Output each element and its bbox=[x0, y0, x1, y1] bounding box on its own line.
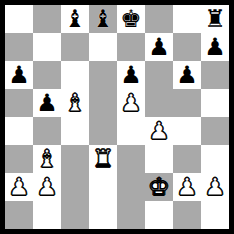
square-b4 bbox=[33, 117, 61, 145]
square-a2: ♟ bbox=[5, 173, 33, 201]
square-h1 bbox=[201, 201, 229, 229]
black-pawn: ♟ bbox=[176, 61, 198, 89]
square-b1 bbox=[33, 201, 61, 229]
chess-board: ♝♝♚♜♟♟♟♟♟♟♝♟♟♝♜♟♟♚♟♟ bbox=[5, 5, 229, 229]
square-d7 bbox=[89, 33, 117, 61]
square-c7 bbox=[61, 33, 89, 61]
square-e6: ♟ bbox=[117, 61, 145, 89]
black-bishop: ♝ bbox=[64, 5, 86, 33]
square-g6: ♟ bbox=[173, 61, 201, 89]
black-pawn: ♟ bbox=[204, 33, 226, 61]
square-d8: ♝ bbox=[89, 5, 117, 33]
square-c6 bbox=[61, 61, 89, 89]
square-a8 bbox=[5, 5, 33, 33]
square-f4: ♟ bbox=[145, 117, 173, 145]
diagram-frame: ♝♝♚♜♟♟♟♟♟♟♝♟♟♝♜♟♟♚♟♟ bbox=[0, 0, 234, 234]
white-pawn: ♟ bbox=[36, 173, 58, 201]
square-c3 bbox=[61, 145, 89, 173]
square-f7: ♟ bbox=[145, 33, 173, 61]
square-e7 bbox=[117, 33, 145, 61]
square-c1 bbox=[61, 201, 89, 229]
square-a5 bbox=[5, 89, 33, 117]
square-g5 bbox=[173, 89, 201, 117]
square-g4 bbox=[173, 117, 201, 145]
square-g1 bbox=[173, 201, 201, 229]
black-pawn: ♟ bbox=[120, 61, 142, 89]
square-e8: ♚ bbox=[117, 5, 145, 33]
square-d4 bbox=[89, 117, 117, 145]
square-d3: ♜ bbox=[89, 145, 117, 173]
square-h5 bbox=[201, 89, 229, 117]
square-h2: ♟ bbox=[201, 173, 229, 201]
square-h7: ♟ bbox=[201, 33, 229, 61]
square-g2: ♟ bbox=[173, 173, 201, 201]
square-f6 bbox=[145, 61, 173, 89]
square-f2: ♚ bbox=[145, 173, 173, 201]
white-pawn: ♟ bbox=[148, 117, 170, 145]
square-b7 bbox=[33, 33, 61, 61]
square-d2 bbox=[89, 173, 117, 201]
square-c2 bbox=[61, 173, 89, 201]
black-pawn: ♟ bbox=[148, 33, 170, 61]
square-h4 bbox=[201, 117, 229, 145]
square-d6 bbox=[89, 61, 117, 89]
white-pawn: ♟ bbox=[176, 173, 198, 201]
square-e1 bbox=[117, 201, 145, 229]
square-e2 bbox=[117, 173, 145, 201]
square-a3 bbox=[5, 145, 33, 173]
square-a4 bbox=[5, 117, 33, 145]
square-b2: ♟ bbox=[33, 173, 61, 201]
square-b5: ♟ bbox=[33, 89, 61, 117]
square-h8: ♜ bbox=[201, 5, 229, 33]
square-e3 bbox=[117, 145, 145, 173]
square-d5 bbox=[89, 89, 117, 117]
square-f5 bbox=[145, 89, 173, 117]
square-c8: ♝ bbox=[61, 5, 89, 33]
square-a6: ♟ bbox=[5, 61, 33, 89]
square-b6 bbox=[33, 61, 61, 89]
square-a1 bbox=[5, 201, 33, 229]
white-bishop: ♝ bbox=[36, 145, 58, 173]
square-f3 bbox=[145, 145, 173, 173]
square-c5: ♝ bbox=[61, 89, 89, 117]
black-pawn: ♟ bbox=[8, 61, 30, 89]
square-b3: ♝ bbox=[33, 145, 61, 173]
white-rook: ♜ bbox=[92, 145, 114, 173]
white-king: ♚ bbox=[148, 173, 170, 201]
white-bishop: ♝ bbox=[64, 89, 86, 117]
square-g3 bbox=[173, 145, 201, 173]
square-h3 bbox=[201, 145, 229, 173]
black-bishop: ♝ bbox=[92, 5, 114, 33]
square-f1 bbox=[145, 201, 173, 229]
square-e5: ♟ bbox=[117, 89, 145, 117]
square-f8 bbox=[145, 5, 173, 33]
white-pawn: ♟ bbox=[204, 173, 226, 201]
black-king: ♚ bbox=[120, 5, 142, 33]
square-g8 bbox=[173, 5, 201, 33]
square-b8 bbox=[33, 5, 61, 33]
black-rook: ♜ bbox=[204, 5, 226, 33]
square-e4 bbox=[117, 117, 145, 145]
white-pawn: ♟ bbox=[8, 173, 30, 201]
white-pawn: ♟ bbox=[120, 89, 142, 117]
square-d1 bbox=[89, 201, 117, 229]
square-g7 bbox=[173, 33, 201, 61]
square-c4 bbox=[61, 117, 89, 145]
black-pawn: ♟ bbox=[36, 89, 58, 117]
square-a7 bbox=[5, 33, 33, 61]
square-h6 bbox=[201, 61, 229, 89]
